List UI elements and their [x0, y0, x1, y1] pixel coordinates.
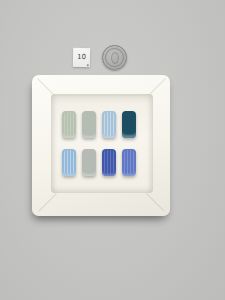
square-plate: [32, 75, 170, 216]
price-tag: 10: [73, 48, 90, 67]
plate-crease: [146, 193, 164, 211]
tile-r2c3-cobalt-blue: [102, 149, 116, 176]
photo-background: 10: [0, 0, 225, 300]
tile-r2c1-powder-blue: [62, 149, 76, 176]
coin: [102, 45, 127, 70]
price-tag-label: 10: [77, 54, 86, 61]
tile-r2c4-periwinkle-blue: [122, 149, 136, 176]
plate-crease: [37, 78, 54, 95]
tile-r1c2-light-grey-green: [82, 111, 96, 138]
tile-r1c3-light-sky-blue: [102, 111, 116, 138]
plate-crease: [149, 78, 166, 95]
tile-r1c1-pale-sage-green: [62, 111, 76, 138]
tile-r1c4-dark-teal: [122, 111, 136, 138]
tile-r2c2-light-grey: [82, 149, 96, 176]
tile-grid: [62, 111, 136, 176]
plate-crease: [38, 193, 56, 211]
